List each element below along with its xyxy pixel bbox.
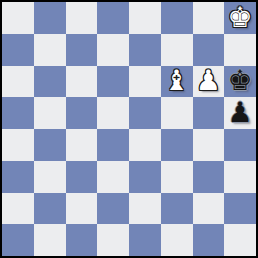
square-c1[interactable] (66, 224, 98, 256)
square-d8[interactable] (97, 2, 129, 34)
square-e3[interactable] (129, 161, 161, 193)
square-a1[interactable] (2, 224, 34, 256)
square-b8[interactable] (34, 2, 66, 34)
square-h3[interactable] (224, 161, 256, 193)
square-b6[interactable] (34, 66, 66, 98)
square-c8[interactable] (66, 2, 98, 34)
square-f2[interactable] (161, 193, 193, 225)
square-a7[interactable] (2, 34, 34, 66)
black-king[interactable]: ♚ (228, 67, 253, 95)
square-h1[interactable] (224, 224, 256, 256)
square-g1[interactable] (193, 224, 225, 256)
square-c7[interactable] (66, 34, 98, 66)
square-g7[interactable] (193, 34, 225, 66)
square-e8[interactable] (129, 2, 161, 34)
square-g3[interactable] (193, 161, 225, 193)
square-f7[interactable] (161, 34, 193, 66)
square-h5[interactable]: ♟ (224, 97, 256, 129)
square-c6[interactable] (66, 66, 98, 98)
square-e7[interactable] (129, 34, 161, 66)
square-e6[interactable] (129, 66, 161, 98)
square-h2[interactable] (224, 193, 256, 225)
square-g2[interactable] (193, 193, 225, 225)
square-d6[interactable] (97, 66, 129, 98)
square-f5[interactable] (161, 97, 193, 129)
square-a2[interactable] (2, 193, 34, 225)
square-e1[interactable] (129, 224, 161, 256)
square-a3[interactable] (2, 161, 34, 193)
white-bishop[interactable]: ♝ (164, 67, 189, 95)
square-b4[interactable] (34, 129, 66, 161)
square-a6[interactable] (2, 66, 34, 98)
square-c3[interactable] (66, 161, 98, 193)
square-e4[interactable] (129, 129, 161, 161)
square-d3[interactable] (97, 161, 129, 193)
square-f4[interactable] (161, 129, 193, 161)
square-e5[interactable] (129, 97, 161, 129)
square-g8[interactable] (193, 2, 225, 34)
chess-board: ♚♝♟♚♟ (0, 0, 258, 258)
square-d7[interactable] (97, 34, 129, 66)
square-b3[interactable] (34, 161, 66, 193)
square-d4[interactable] (97, 129, 129, 161)
square-f3[interactable] (161, 161, 193, 193)
square-b7[interactable] (34, 34, 66, 66)
square-a4[interactable] (2, 129, 34, 161)
square-h6[interactable]: ♚ (224, 66, 256, 98)
square-b2[interactable] (34, 193, 66, 225)
square-f1[interactable] (161, 224, 193, 256)
square-b1[interactable] (34, 224, 66, 256)
square-f8[interactable] (161, 2, 193, 34)
square-g6[interactable]: ♟ (193, 66, 225, 98)
square-a5[interactable] (2, 97, 34, 129)
square-a8[interactable] (2, 2, 34, 34)
square-d2[interactable] (97, 193, 129, 225)
square-d1[interactable] (97, 224, 129, 256)
white-pawn[interactable]: ♟ (196, 67, 221, 95)
black-pawn[interactable]: ♟ (228, 99, 253, 127)
square-h8[interactable]: ♚ (224, 2, 256, 34)
square-e2[interactable] (129, 193, 161, 225)
square-g5[interactable] (193, 97, 225, 129)
square-h4[interactable] (224, 129, 256, 161)
square-h7[interactable] (224, 34, 256, 66)
square-b5[interactable] (34, 97, 66, 129)
square-c2[interactable] (66, 193, 98, 225)
square-c4[interactable] (66, 129, 98, 161)
square-f6[interactable]: ♝ (161, 66, 193, 98)
square-d5[interactable] (97, 97, 129, 129)
square-g4[interactable] (193, 129, 225, 161)
square-c5[interactable] (66, 97, 98, 129)
white-king[interactable]: ♚ (228, 4, 253, 32)
